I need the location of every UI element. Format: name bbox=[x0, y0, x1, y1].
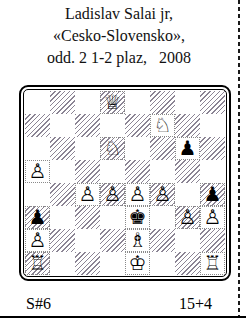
square-e4[interactable]: ♙ bbox=[125, 183, 150, 206]
square-a6[interactable] bbox=[25, 137, 50, 160]
stipulation-label: S#6 bbox=[26, 295, 51, 313]
problem-header: Ladislav Salai jr, «Cesko-Slovensko», od… bbox=[0, 3, 238, 69]
square-h3[interactable]: ♙ bbox=[200, 206, 225, 229]
square-a8[interactable] bbox=[25, 91, 50, 114]
square-b4[interactable] bbox=[50, 183, 75, 206]
white-queen-d8: ♕ bbox=[100, 91, 125, 114]
square-h4[interactable]: ♟ bbox=[200, 183, 225, 206]
square-d1[interactable] bbox=[100, 252, 125, 275]
white-pawn-e4: ♙ bbox=[125, 183, 150, 206]
square-e6[interactable] bbox=[125, 137, 150, 160]
square-a1[interactable]: ♖ bbox=[25, 252, 50, 275]
square-c2[interactable] bbox=[75, 229, 100, 252]
square-f8[interactable] bbox=[150, 91, 175, 114]
square-d7[interactable] bbox=[100, 114, 125, 137]
square-b2[interactable] bbox=[50, 229, 75, 252]
page-bottom-rule bbox=[0, 316, 246, 318]
square-h6[interactable] bbox=[200, 137, 225, 160]
square-e8[interactable] bbox=[125, 91, 150, 114]
square-g6[interactable]: ♟ bbox=[175, 137, 200, 160]
square-g3[interactable]: ♙ bbox=[175, 206, 200, 229]
black-pawn-a3: ♟ bbox=[25, 206, 50, 229]
square-d2[interactable] bbox=[100, 229, 125, 252]
square-c6[interactable] bbox=[75, 137, 100, 160]
square-e7[interactable] bbox=[125, 114, 150, 137]
white-pawn-c4: ♙ bbox=[75, 183, 100, 206]
award-year: odd. 2 1-2 plaz, 2008 bbox=[0, 47, 238, 69]
page-crop-dashed-line bbox=[238, 0, 240, 316]
black-pawn-h4: ♟ bbox=[200, 183, 225, 206]
white-king-e1: ♔ bbox=[125, 252, 150, 275]
square-b1[interactable] bbox=[50, 252, 75, 275]
problem-footer: S#6 15+4 bbox=[0, 295, 246, 315]
square-f7[interactable]: ♘ bbox=[150, 114, 175, 137]
white-pawn-f4: ♙ bbox=[150, 183, 175, 206]
square-g2[interactable] bbox=[175, 229, 200, 252]
white-knight-d6: ♘ bbox=[100, 137, 125, 160]
square-c4[interactable]: ♙ bbox=[75, 183, 100, 206]
square-b7[interactable] bbox=[50, 114, 75, 137]
white-pawn-a5: ♙ bbox=[25, 160, 50, 183]
square-b5[interactable] bbox=[50, 160, 75, 183]
square-c8[interactable] bbox=[75, 91, 100, 114]
square-d5[interactable] bbox=[100, 160, 125, 183]
square-a3[interactable]: ♟ bbox=[25, 206, 50, 229]
square-b6[interactable] bbox=[50, 137, 75, 160]
square-c5[interactable] bbox=[75, 160, 100, 183]
square-f4[interactable]: ♙ bbox=[150, 183, 175, 206]
square-d6[interactable]: ♘ bbox=[100, 137, 125, 160]
square-d3[interactable] bbox=[100, 206, 125, 229]
square-g8[interactable] bbox=[175, 91, 200, 114]
source-name: «Cesko-Slovensko», bbox=[0, 25, 238, 47]
white-knight-f7: ♘ bbox=[150, 114, 175, 137]
square-f6[interactable] bbox=[150, 137, 175, 160]
square-c1[interactable] bbox=[75, 252, 100, 275]
square-g4[interactable] bbox=[175, 183, 200, 206]
chessboard: ♕♘♘♟♙♙♙♙♙♟♟♚♙♙♙♗♖♔♖ bbox=[25, 91, 225, 275]
square-a7[interactable] bbox=[25, 114, 50, 137]
square-b8[interactable] bbox=[50, 91, 75, 114]
square-a2[interactable]: ♙ bbox=[25, 229, 50, 252]
white-pawn-a2: ♙ bbox=[25, 229, 50, 252]
square-h1[interactable]: ♖ bbox=[200, 252, 225, 275]
square-h5[interactable] bbox=[200, 160, 225, 183]
square-f1[interactable] bbox=[150, 252, 175, 275]
square-d4[interactable]: ♙ bbox=[100, 183, 125, 206]
square-a5[interactable]: ♙ bbox=[25, 160, 50, 183]
square-e5[interactable] bbox=[125, 160, 150, 183]
square-g1[interactable] bbox=[175, 252, 200, 275]
square-f5[interactable] bbox=[150, 160, 175, 183]
black-king-e3: ♚ bbox=[125, 206, 150, 229]
square-b3[interactable] bbox=[50, 206, 75, 229]
square-g5[interactable] bbox=[175, 160, 200, 183]
square-f2[interactable] bbox=[150, 229, 175, 252]
board-frame: ♕♘♘♟♙♙♙♙♙♟♟♚♙♙♙♗♖♔♖ bbox=[19, 85, 231, 281]
square-h7[interactable] bbox=[200, 114, 225, 137]
white-pawn-g3: ♙ bbox=[175, 206, 200, 229]
square-e3[interactable]: ♚ bbox=[125, 206, 150, 229]
square-f3[interactable] bbox=[150, 206, 175, 229]
square-c7[interactable] bbox=[75, 114, 100, 137]
square-g7[interactable] bbox=[175, 114, 200, 137]
square-h2[interactable] bbox=[200, 229, 225, 252]
white-pawn-d4: ♙ bbox=[100, 183, 125, 206]
chess-problem-page: Ladislav Salai jr, «Cesko-Slovensko», od… bbox=[0, 0, 246, 319]
black-pawn-g6: ♟ bbox=[175, 137, 200, 160]
white-rook-a1: ♖ bbox=[25, 252, 50, 275]
author-name: Ladislav Salai jr, bbox=[0, 3, 238, 25]
square-e1[interactable]: ♔ bbox=[125, 252, 150, 275]
square-c3[interactable] bbox=[75, 206, 100, 229]
square-h8[interactable] bbox=[200, 91, 225, 114]
square-d8[interactable]: ♕ bbox=[100, 91, 125, 114]
square-e2[interactable]: ♗ bbox=[125, 229, 150, 252]
board-inner-frame: ♕♘♘♟♙♙♙♙♙♟♟♚♙♙♙♗♖♔♖ bbox=[23, 89, 227, 277]
white-bishop-e2: ♗ bbox=[125, 229, 150, 252]
material-count-label: 15+4 bbox=[179, 295, 212, 313]
white-pawn-h3: ♙ bbox=[200, 206, 225, 229]
white-rook-h1: ♖ bbox=[200, 252, 225, 275]
square-a4[interactable] bbox=[25, 183, 50, 206]
